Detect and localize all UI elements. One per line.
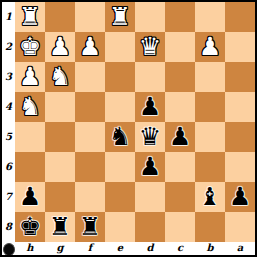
square-c4[interactable]: [165, 92, 195, 122]
square-c5[interactable]: ♟: [165, 122, 195, 152]
file-label-a: a: [225, 242, 255, 255]
square-d1[interactable]: [135, 2, 165, 32]
piece-bP-c5: ♟: [169, 122, 191, 152]
square-f6[interactable]: [75, 152, 105, 182]
square-b4[interactable]: [195, 92, 225, 122]
piece-bK-h8: ♚: [19, 212, 41, 242]
square-h1[interactable]: ♜: [15, 2, 45, 32]
piece-bP-h7: ♟: [19, 182, 41, 212]
file-label-g: g: [45, 242, 75, 255]
square-g4[interactable]: [45, 92, 75, 122]
square-e7[interactable]: [105, 182, 135, 212]
square-h2[interactable]: ♚: [15, 32, 45, 62]
square-g5[interactable]: [45, 122, 75, 152]
square-a2[interactable]: [225, 32, 255, 62]
square-c8[interactable]: [165, 212, 195, 242]
rank-label-8: 8: [2, 212, 15, 242]
piece-wP-b2: ♟: [199, 32, 221, 62]
square-a1[interactable]: [225, 2, 255, 32]
square-e6[interactable]: [105, 152, 135, 182]
piece-bP-d6: ♟: [139, 152, 161, 182]
file-label-c: c: [165, 242, 195, 255]
square-a3[interactable]: [225, 62, 255, 92]
square-f2[interactable]: ♟: [75, 32, 105, 62]
square-d4[interactable]: ♟: [135, 92, 165, 122]
side-to-move-indicator: [3, 243, 15, 256]
square-b2[interactable]: ♟: [195, 32, 225, 62]
square-f7[interactable]: [75, 182, 105, 212]
rank-label-4: 4: [2, 92, 15, 122]
piece-bR-f8: ♜: [79, 212, 101, 242]
square-c1[interactable]: [165, 2, 195, 32]
rank-label-5: 5: [2, 122, 15, 152]
piece-wK-h2: ♚: [19, 32, 41, 62]
piece-wP-h3: ♟: [19, 62, 41, 92]
square-e8[interactable]: [105, 212, 135, 242]
square-d3[interactable]: [135, 62, 165, 92]
file-label-f: f: [75, 242, 105, 255]
square-e3[interactable]: [105, 62, 135, 92]
piece-wP-f2: ♟: [79, 32, 101, 62]
rank-label-6: 6: [2, 152, 15, 182]
piece-bB-b7: ♝: [199, 182, 221, 212]
piece-bR-g8: ♜: [49, 212, 71, 242]
square-g1[interactable]: [45, 2, 75, 32]
piece-wQ-d2: ♛: [139, 32, 161, 62]
square-a7[interactable]: ♟: [225, 182, 255, 212]
square-c2[interactable]: [165, 32, 195, 62]
square-g2[interactable]: ♟: [45, 32, 75, 62]
piece-wR-e1: ♜: [109, 2, 131, 32]
square-a4[interactable]: [225, 92, 255, 122]
square-h3[interactable]: ♟: [15, 62, 45, 92]
square-f1[interactable]: [75, 2, 105, 32]
square-c6[interactable]: [165, 152, 195, 182]
file-label-d: d: [135, 242, 165, 255]
square-h5[interactable]: [15, 122, 45, 152]
square-b1[interactable]: [195, 2, 225, 32]
square-a8[interactable]: [225, 212, 255, 242]
rank-label-2: 2: [2, 32, 15, 62]
file-label-h: h: [15, 242, 45, 255]
piece-wN-g3: ♞: [49, 62, 71, 92]
square-h6[interactable]: [15, 152, 45, 182]
square-d5[interactable]: ♛: [135, 122, 165, 152]
square-e5[interactable]: ♞: [105, 122, 135, 152]
chess-diagram: 1♜♜2♚♟♟♛♟3♟♞4♞♟5♞♛♟6♟7♟♝♟8♚♜♜hgfedcba: [0, 0, 257, 257]
square-c3[interactable]: [165, 62, 195, 92]
square-b5[interactable]: [195, 122, 225, 152]
square-d7[interactable]: [135, 182, 165, 212]
square-f5[interactable]: [75, 122, 105, 152]
square-b7[interactable]: ♝: [195, 182, 225, 212]
square-h4[interactable]: ♞: [15, 92, 45, 122]
piece-bP-a7: ♟: [229, 182, 251, 212]
board-grid: 1♜♜2♚♟♟♛♟3♟♞4♞♟5♞♛♟6♟7♟♝♟8♚♜♜hgfedcba: [2, 2, 255, 255]
square-e4[interactable]: [105, 92, 135, 122]
side-to-move-corner: [2, 242, 15, 255]
square-g8[interactable]: ♜: [45, 212, 75, 242]
square-h8[interactable]: ♚: [15, 212, 45, 242]
piece-wR-h1: ♜: [19, 2, 41, 32]
square-g6[interactable]: [45, 152, 75, 182]
piece-wP-g2: ♟: [49, 32, 71, 62]
rank-label-1: 1: [2, 2, 15, 32]
square-b3[interactable]: [195, 62, 225, 92]
square-b6[interactable]: [195, 152, 225, 182]
square-f3[interactable]: [75, 62, 105, 92]
square-f8[interactable]: ♜: [75, 212, 105, 242]
square-a5[interactable]: [225, 122, 255, 152]
rank-label-3: 3: [2, 62, 15, 92]
square-a6[interactable]: [225, 152, 255, 182]
square-g3[interactable]: ♞: [45, 62, 75, 92]
square-c7[interactable]: [165, 182, 195, 212]
piece-bP-d4: ♟: [139, 92, 161, 122]
square-d6[interactable]: ♟: [135, 152, 165, 182]
square-d8[interactable]: [135, 212, 165, 242]
piece-bN-e5: ♞: [109, 122, 131, 152]
square-g7[interactable]: [45, 182, 75, 212]
square-e2[interactable]: [105, 32, 135, 62]
square-e1[interactable]: ♜: [105, 2, 135, 32]
piece-bQ-d5: ♛: [139, 122, 161, 152]
file-label-b: b: [195, 242, 225, 255]
piece-wN-h4: ♞: [19, 92, 41, 122]
rank-label-7: 7: [2, 182, 15, 212]
square-f4[interactable]: [75, 92, 105, 122]
file-label-e: e: [105, 242, 135, 255]
square-b8[interactable]: [195, 212, 225, 242]
square-d2[interactable]: ♛: [135, 32, 165, 62]
square-h7[interactable]: ♟: [15, 182, 45, 212]
